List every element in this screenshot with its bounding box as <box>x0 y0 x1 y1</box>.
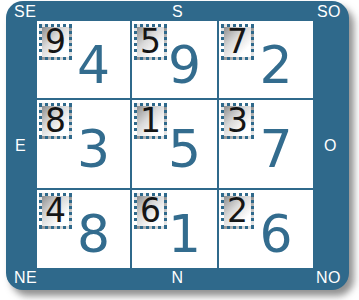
answer-number: 3 <box>77 123 110 175</box>
compass-label-e: E <box>15 137 26 155</box>
answer-number: 7 <box>259 123 292 175</box>
compass-label-se: SE <box>14 3 36 21</box>
clue-number: 9 <box>39 24 72 60</box>
compass-label-no: NO <box>316 269 341 287</box>
answer-number: 2 <box>259 39 292 91</box>
grid-cell-r2c1[interactable]: 8 3 <box>37 100 130 188</box>
clue-number: 1 <box>134 103 167 139</box>
clue-number: 4 <box>39 193 72 229</box>
compass-label-n: N <box>171 269 183 287</box>
answer-number: 5 <box>168 123 201 175</box>
compass-label-s: S <box>172 3 183 21</box>
grid-cell-r1c3[interactable]: 7 2 <box>219 21 313 98</box>
answer-number: 4 <box>77 39 110 91</box>
grid-cell-r2c3[interactable]: 3 7 <box>219 100 313 188</box>
compass-label-so: SO <box>317 3 341 21</box>
clue-number: 6 <box>134 193 167 229</box>
grid-cell-r3c1[interactable]: 4 8 <box>37 190 130 268</box>
grid-cell-r3c3[interactable]: 2 6 <box>219 190 313 268</box>
answer-number: 8 <box>77 208 110 260</box>
clue-number: 3 <box>221 103 254 139</box>
grid-cell-r1c2[interactable]: 5 9 <box>132 21 217 98</box>
grid-cell-r2c2[interactable]: 1 5 <box>132 100 217 188</box>
clue-number: 8 <box>39 103 72 139</box>
answer-number: 1 <box>168 208 201 260</box>
clue-number: 7 <box>221 24 254 60</box>
clue-number: 2 <box>221 193 254 229</box>
grid-cell-r1c1[interactable]: 9 4 <box>37 21 130 98</box>
grid-cell-r3c2[interactable]: 6 1 <box>132 190 217 268</box>
clue-number: 5 <box>134 24 167 60</box>
answer-number: 6 <box>259 208 292 260</box>
compass-frame: SE S SO E O NE N NO 9 4 5 9 7 2 8 3 <box>6 1 349 290</box>
puzzle-board: 9 4 5 9 7 2 8 3 1 5 3 7 <box>37 21 313 268</box>
answer-number: 9 <box>168 39 201 91</box>
compass-label-ne: NE <box>14 269 37 287</box>
puzzle-stage: SE S SO E O NE N NO 9 4 5 9 7 2 8 3 <box>0 0 359 300</box>
compass-label-o: O <box>324 137 337 155</box>
